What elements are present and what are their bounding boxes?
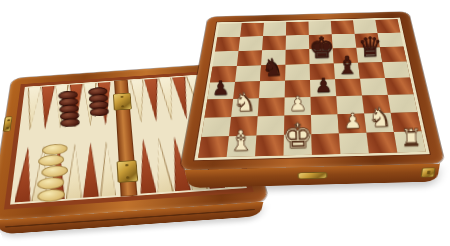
- black-king: ♚: [308, 33, 335, 63]
- chess-square-b7: [239, 36, 264, 51]
- backgammon-point-down-5: [83, 83, 97, 127]
- backgammon-point-down-3: [53, 85, 69, 129]
- chess-square-e3: [310, 96, 337, 115]
- chess-square-g5: [358, 62, 385, 79]
- chess-square-d7: [286, 35, 310, 50]
- chess-square-g4: [360, 78, 388, 96]
- brass-hinge-icon: [113, 93, 132, 111]
- backgammon-checker-cream: [42, 143, 68, 155]
- chess-square-d6: [285, 49, 309, 65]
- black-queen: ♛: [357, 34, 382, 62]
- chess-square-e6: ♚: [309, 48, 334, 64]
- chess-square-c5: ♞: [260, 65, 285, 82]
- chess-square-b8: [240, 23, 264, 37]
- chess-square-a8: [217, 23, 241, 37]
- white-knight: ♞: [367, 104, 391, 131]
- black-pawn: ♟: [314, 75, 332, 95]
- chess-square-b5: [235, 65, 261, 82]
- backgammon-checker-cream: [37, 176, 65, 190]
- chess-square-h3: [388, 94, 418, 113]
- chess-square-f5: ♝: [334, 63, 360, 80]
- chess-square-h6: [380, 47, 407, 63]
- white-pawn: ♟: [288, 93, 307, 114]
- chess-square-a4: ♟: [207, 82, 235, 100]
- chess-square-f4: [335, 79, 362, 97]
- backgammon-point-down-2: [38, 86, 55, 130]
- chess-square-c1: [255, 135, 284, 156]
- chess-case: ♚♛♞♝♟♟♞♟♟♞♝♚♜: [180, 12, 445, 171]
- brass-hinge-icon: [421, 167, 436, 177]
- chess-square-a3: [204, 99, 233, 118]
- chess-square-c4: [259, 81, 285, 99]
- chess-square-e2: [311, 114, 339, 134]
- point-fill: [84, 83, 97, 125]
- chess-square-a2: [201, 117, 231, 137]
- chess-square-h4: [385, 77, 414, 95]
- backgammon-point-down-4: [68, 84, 83, 128]
- chess-square-a1: [198, 136, 229, 157]
- chess-square-c7: [262, 36, 286, 51]
- white-rook: ♜: [400, 126, 422, 150]
- backgammon-point-down-6: [98, 82, 113, 126]
- chess-square-d1: ♚: [284, 134, 312, 155]
- chess-square-a6: [213, 51, 239, 67]
- chess-square-c3: [258, 98, 285, 117]
- white-knight: ♞: [232, 89, 256, 115]
- chess-square-g1: [366, 132, 397, 153]
- chess-square-b1: ♝: [227, 136, 257, 157]
- backgammon-checker-cream: [41, 165, 68, 178]
- black-bishop: ♝: [336, 52, 359, 78]
- chess-square-d5: [285, 64, 310, 81]
- backgammon-checker-cream: [37, 188, 65, 202]
- chess-square-d8: [286, 22, 309, 36]
- backgammon-top-row-left: [22, 82, 113, 131]
- chess-square-g6: ♛: [356, 47, 382, 63]
- white-pawn: ♟: [343, 110, 362, 131]
- chess-square-c8: [263, 22, 286, 36]
- chess-square-h1: ♜: [394, 131, 426, 152]
- chess-square-f2: ♟: [338, 114, 367, 134]
- chess-square-h5: [382, 62, 410, 78]
- point-fill: [54, 85, 68, 127]
- black-knight: ♞: [261, 55, 283, 79]
- chess-square-f1: [339, 133, 369, 154]
- chess-square-b3: ♞: [231, 98, 259, 117]
- chess-square-d3: ♟: [284, 97, 311, 116]
- chess-square-c2: [256, 116, 284, 136]
- chess-square-f7: [332, 34, 357, 49]
- chess-square-e1: [311, 133, 340, 154]
- chess-square-b6: [237, 50, 262, 66]
- white-bishop: ♝: [228, 126, 254, 155]
- chess-board-grid: ♚♛♞♝♟♟♞♟♟♞♝♚♜: [194, 18, 429, 161]
- chess-square-e4: ♟: [310, 79, 336, 97]
- product-photo-scene: ♚♛♞♝♟♟♞♟♟♞♝♚♜: [0, 0, 450, 246]
- brass-latch-icon: [297, 172, 327, 180]
- chess-square-g2: ♞: [364, 113, 394, 133]
- chess-case-front-edge: [185, 163, 440, 188]
- black-pawn: ♟: [211, 78, 229, 98]
- white-king: ♚: [282, 119, 313, 154]
- chess-board-frame: ♚♛♞♝♟♟♞♟♟♞♝♚♜: [180, 12, 445, 171]
- chess-square-a7: [215, 37, 240, 52]
